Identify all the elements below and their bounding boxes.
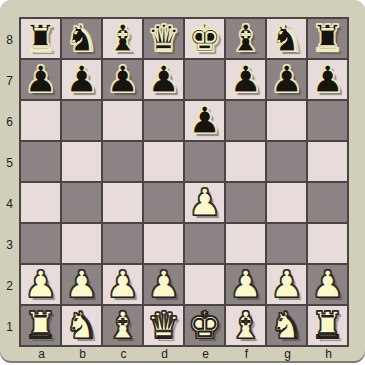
rank-label-7: 7 — [0, 60, 19, 101]
white-knight-b1[interactable]: ♞ — [65, 307, 98, 344]
square-b4[interactable] — [62, 183, 101, 222]
square-f8[interactable]: ♝ — [226, 19, 265, 58]
white-pawn-h2[interactable]: ♟ — [311, 266, 344, 303]
square-b7[interactable]: ♟ — [62, 60, 101, 99]
rank-labels: 87654321 — [0, 19, 19, 347]
square-c5[interactable] — [103, 142, 142, 181]
square-g1[interactable]: ♞ — [267, 306, 306, 345]
square-h8[interactable]: ♜ — [308, 19, 347, 58]
square-h1[interactable]: ♜ — [308, 306, 347, 345]
white-pawn-a2[interactable]: ♟ — [24, 266, 57, 303]
square-d6[interactable] — [144, 101, 183, 140]
square-c7[interactable]: ♟ — [103, 60, 142, 99]
white-pawn-e4[interactable]: ♟ — [188, 184, 221, 221]
square-b6[interactable] — [62, 101, 101, 140]
black-rook-a8[interactable]: ♜ — [24, 20, 57, 57]
file-label-h: h — [308, 347, 349, 361]
black-pawn-e6[interactable]: ♟ — [188, 102, 221, 139]
white-pawn-d2[interactable]: ♟ — [147, 266, 180, 303]
file-label-g: g — [267, 347, 308, 361]
black-king-e8[interactable]: ♚ — [188, 20, 221, 57]
chess-board: ♜♞♝♛♚♝♞♜♟♟♟♟♟♟♟♟♟♟♟♟♟♟♟♟♜♞♝♛♚♝♞♜ — [19, 17, 349, 347]
black-pawn-a7[interactable]: ♟ — [24, 61, 57, 98]
square-f5[interactable] — [226, 142, 265, 181]
square-c8[interactable]: ♝ — [103, 19, 142, 58]
file-labels: abcdefgh — [21, 347, 349, 361]
square-g8[interactable]: ♞ — [267, 19, 306, 58]
white-bishop-f1[interactable]: ♝ — [229, 307, 262, 344]
white-queen-d1[interactable]: ♛ — [147, 307, 180, 344]
square-c1[interactable]: ♝ — [103, 306, 142, 345]
square-g7[interactable]: ♟ — [267, 60, 306, 99]
square-f1[interactable]: ♝ — [226, 306, 265, 345]
file-label-c: c — [103, 347, 144, 361]
black-bishop-c8[interactable]: ♝ — [106, 20, 139, 57]
square-h2[interactable]: ♟ — [308, 265, 347, 304]
square-e5[interactable] — [185, 142, 224, 181]
square-h7[interactable]: ♟ — [308, 60, 347, 99]
white-bishop-c1[interactable]: ♝ — [106, 307, 139, 344]
square-d5[interactable] — [144, 142, 183, 181]
white-pawn-g2[interactable]: ♟ — [270, 266, 303, 303]
square-c6[interactable] — [103, 101, 142, 140]
square-b8[interactable]: ♞ — [62, 19, 101, 58]
square-e4[interactable]: ♟ — [185, 183, 224, 222]
square-e8[interactable]: ♚ — [185, 19, 224, 58]
square-e6[interactable]: ♟ — [185, 101, 224, 140]
square-d2[interactable]: ♟ — [144, 265, 183, 304]
square-h4[interactable] — [308, 183, 347, 222]
square-b5[interactable] — [62, 142, 101, 181]
square-b3[interactable] — [62, 224, 101, 263]
black-pawn-f7[interactable]: ♟ — [229, 61, 262, 98]
square-f7[interactable]: ♟ — [226, 60, 265, 99]
square-f4[interactable] — [226, 183, 265, 222]
black-pawn-h7[interactable]: ♟ — [311, 61, 344, 98]
board-panel: 87654321 ♜♞♝♛♚♝♞♜♟♟♟♟♟♟♟♟♟♟♟♟♟♟♟♟♜♞♝♛♚♝♞… — [0, 0, 365, 361]
file-label-e: e — [185, 347, 226, 361]
white-pawn-f2[interactable]: ♟ — [229, 266, 262, 303]
file-label-f: f — [226, 347, 267, 361]
white-king-e1[interactable]: ♚ — [188, 307, 221, 344]
square-a7[interactable]: ♟ — [21, 60, 60, 99]
black-knight-b8[interactable]: ♞ — [65, 20, 98, 57]
black-queen-d8[interactable]: ♛ — [147, 20, 180, 57]
rank-label-4: 4 — [0, 183, 19, 224]
square-a6[interactable] — [21, 101, 60, 140]
file-label-a: a — [21, 347, 62, 361]
square-h5[interactable] — [308, 142, 347, 181]
file-label-b: b — [62, 347, 103, 361]
square-c3[interactable] — [103, 224, 142, 263]
square-f6[interactable] — [226, 101, 265, 140]
square-e1[interactable]: ♚ — [185, 306, 224, 345]
black-bishop-f8[interactable]: ♝ — [229, 20, 262, 57]
square-a8[interactable]: ♜ — [21, 19, 60, 58]
square-a1[interactable]: ♜ — [21, 306, 60, 345]
square-g3[interactable] — [267, 224, 306, 263]
square-f2[interactable]: ♟ — [226, 265, 265, 304]
square-c4[interactable] — [103, 183, 142, 222]
white-rook-h1[interactable]: ♜ — [311, 307, 344, 344]
square-h6[interactable] — [308, 101, 347, 140]
square-e7[interactable] — [185, 60, 224, 99]
white-pawn-b2[interactable]: ♟ — [65, 266, 98, 303]
square-e2[interactable] — [185, 265, 224, 304]
black-pawn-d7[interactable]: ♟ — [147, 61, 180, 98]
square-g2[interactable]: ♟ — [267, 265, 306, 304]
square-d4[interactable] — [144, 183, 183, 222]
square-d8[interactable]: ♛ — [144, 19, 183, 58]
rank-label-3: 3 — [0, 224, 19, 265]
black-pawn-c7[interactable]: ♟ — [106, 61, 139, 98]
square-a5[interactable] — [21, 142, 60, 181]
rank-label-5: 5 — [0, 142, 19, 183]
square-e3[interactable] — [185, 224, 224, 263]
square-b2[interactable]: ♟ — [62, 265, 101, 304]
file-label-d: d — [144, 347, 185, 361]
square-d1[interactable]: ♛ — [144, 306, 183, 345]
rank-label-2: 2 — [0, 265, 19, 306]
black-rook-h8[interactable]: ♜ — [311, 20, 344, 57]
square-b1[interactable]: ♞ — [62, 306, 101, 345]
square-g6[interactable] — [267, 101, 306, 140]
rank-label-6: 6 — [0, 101, 19, 142]
square-f3[interactable] — [226, 224, 265, 263]
black-knight-g8[interactable]: ♞ — [270, 20, 303, 57]
square-a3[interactable] — [21, 224, 60, 263]
rank-label-8: 8 — [0, 19, 19, 60]
square-g4[interactable] — [267, 183, 306, 222]
square-g5[interactable] — [267, 142, 306, 181]
square-a4[interactable] — [21, 183, 60, 222]
black-pawn-g7[interactable]: ♟ — [270, 61, 303, 98]
square-h3[interactable] — [308, 224, 347, 263]
square-a2[interactable]: ♟ — [21, 265, 60, 304]
white-knight-g1[interactable]: ♞ — [270, 307, 303, 344]
rank-label-1: 1 — [0, 306, 19, 347]
square-d7[interactable]: ♟ — [144, 60, 183, 99]
white-rook-a1[interactable]: ♜ — [24, 307, 57, 344]
white-pawn-c2[interactable]: ♟ — [106, 266, 139, 303]
black-pawn-b7[interactable]: ♟ — [65, 61, 98, 98]
square-c2[interactable]: ♟ — [103, 265, 142, 304]
square-d3[interactable] — [144, 224, 183, 263]
chess-app-window: 87654321 ♜♞♝♛♚♝♞♜♟♟♟♟♟♟♟♟♟♟♟♟♟♟♟♟♜♞♝♛♚♝♞… — [0, 0, 365, 365]
